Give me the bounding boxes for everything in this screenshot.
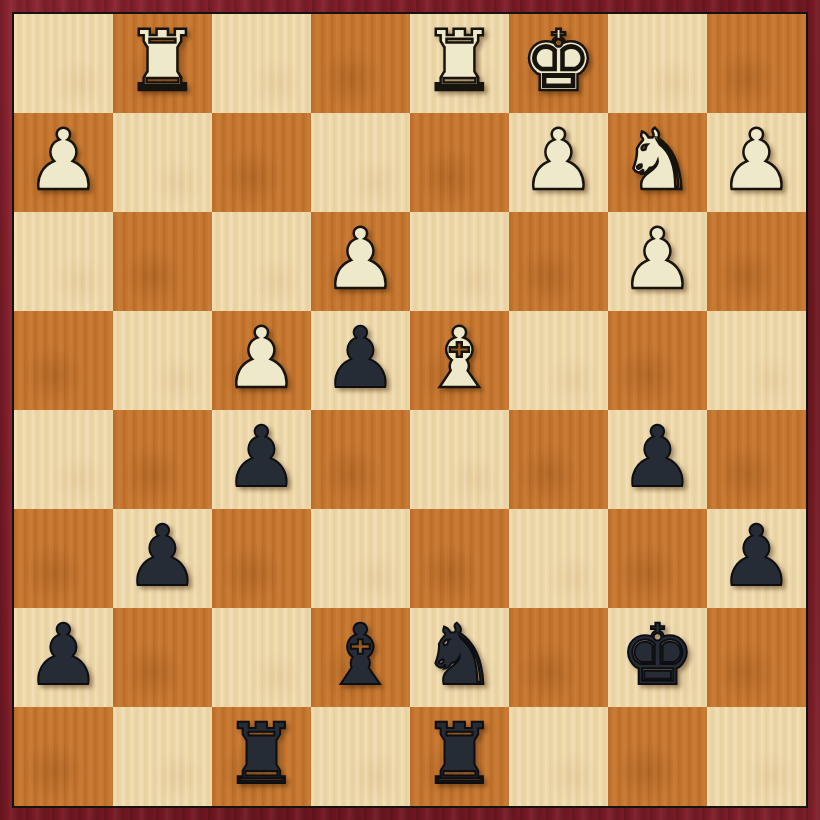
square-f7[interactable]: ♟ — [509, 113, 608, 212]
square-b6[interactable] — [113, 212, 212, 311]
square-e2[interactable]: ♞ — [410, 608, 509, 707]
square-a4[interactable] — [14, 410, 113, 509]
square-a2[interactable]: ♟ — [14, 608, 113, 707]
square-b7[interactable] — [113, 113, 212, 212]
square-h7[interactable]: ♟ — [707, 113, 806, 212]
square-a7[interactable]: ♟ — [14, 113, 113, 212]
square-a6[interactable] — [14, 212, 113, 311]
square-f6[interactable] — [509, 212, 608, 311]
white-knight[interactable]: ♞ — [620, 118, 695, 202]
square-a3[interactable] — [14, 509, 113, 608]
square-h6[interactable] — [707, 212, 806, 311]
black-bishop[interactable]: ♝ — [323, 613, 398, 697]
square-f8[interactable]: ♚ — [509, 14, 608, 113]
square-c5[interactable]: ♟ — [212, 311, 311, 410]
square-d1[interactable] — [311, 707, 410, 806]
square-a8[interactable] — [14, 14, 113, 113]
square-g3[interactable] — [608, 509, 707, 608]
square-g8[interactable] — [608, 14, 707, 113]
square-d7[interactable] — [311, 113, 410, 212]
square-e8[interactable]: ♜ — [410, 14, 509, 113]
black-pawn[interactable]: ♟ — [323, 316, 398, 400]
square-b5[interactable] — [113, 311, 212, 410]
square-g6[interactable]: ♟ — [608, 212, 707, 311]
square-g5[interactable] — [608, 311, 707, 410]
white-pawn[interactable]: ♟ — [224, 316, 299, 400]
square-h1[interactable] — [707, 707, 806, 806]
black-pawn[interactable]: ♟ — [26, 613, 101, 697]
square-e4[interactable] — [410, 410, 509, 509]
black-pawn[interactable]: ♟ — [719, 514, 794, 598]
board-inner-border: ♜♜♚♟♟♞♟♟♟♟♟♝♟♟♟♟♟♝♞♚♜♜ — [12, 12, 808, 808]
square-e5[interactable]: ♝ — [410, 311, 509, 410]
square-f1[interactable] — [509, 707, 608, 806]
square-c8[interactable] — [212, 14, 311, 113]
square-h4[interactable] — [707, 410, 806, 509]
black-king[interactable]: ♚ — [620, 613, 695, 697]
square-c4[interactable]: ♟ — [212, 410, 311, 509]
square-f2[interactable] — [509, 608, 608, 707]
board-frame: ♜♜♚♟♟♞♟♟♟♟♟♝♟♟♟♟♟♝♞♚♜♜ — [0, 0, 820, 820]
square-g2[interactable]: ♚ — [608, 608, 707, 707]
black-pawn[interactable]: ♟ — [224, 415, 299, 499]
square-d6[interactable]: ♟ — [311, 212, 410, 311]
square-b4[interactable] — [113, 410, 212, 509]
square-b8[interactable]: ♜ — [113, 14, 212, 113]
square-g4[interactable]: ♟ — [608, 410, 707, 509]
square-g1[interactable] — [608, 707, 707, 806]
black-pawn[interactable]: ♟ — [125, 514, 200, 598]
square-d4[interactable] — [311, 410, 410, 509]
square-h3[interactable]: ♟ — [707, 509, 806, 608]
square-c1[interactable]: ♜ — [212, 707, 311, 806]
square-c7[interactable] — [212, 113, 311, 212]
square-h8[interactable] — [707, 14, 806, 113]
white-rook[interactable]: ♜ — [125, 19, 200, 103]
white-bishop[interactable]: ♝ — [422, 316, 497, 400]
square-a1[interactable] — [14, 707, 113, 806]
square-b1[interactable] — [113, 707, 212, 806]
square-e1[interactable]: ♜ — [410, 707, 509, 806]
square-f5[interactable] — [509, 311, 608, 410]
black-rook[interactable]: ♜ — [422, 712, 497, 796]
square-d2[interactable]: ♝ — [311, 608, 410, 707]
square-e3[interactable] — [410, 509, 509, 608]
white-pawn[interactable]: ♟ — [26, 118, 101, 202]
white-king[interactable]: ♚ — [521, 19, 596, 103]
black-pawn[interactable]: ♟ — [620, 415, 695, 499]
white-pawn[interactable]: ♟ — [620, 217, 695, 301]
square-b2[interactable] — [113, 608, 212, 707]
chess-board: ♜♜♚♟♟♞♟♟♟♟♟♝♟♟♟♟♟♝♞♚♜♜ — [14, 14, 806, 806]
white-pawn[interactable]: ♟ — [719, 118, 794, 202]
square-g7[interactable]: ♞ — [608, 113, 707, 212]
black-knight[interactable]: ♞ — [422, 613, 497, 697]
square-f4[interactable] — [509, 410, 608, 509]
square-a5[interactable] — [14, 311, 113, 410]
square-c6[interactable] — [212, 212, 311, 311]
black-rook[interactable]: ♜ — [224, 712, 299, 796]
square-d5[interactable]: ♟ — [311, 311, 410, 410]
square-f3[interactable] — [509, 509, 608, 608]
square-e6[interactable] — [410, 212, 509, 311]
square-b3[interactable]: ♟ — [113, 509, 212, 608]
square-h5[interactable] — [707, 311, 806, 410]
square-c2[interactable] — [212, 608, 311, 707]
square-d3[interactable] — [311, 509, 410, 608]
square-e7[interactable] — [410, 113, 509, 212]
white-pawn[interactable]: ♟ — [323, 217, 398, 301]
square-h2[interactable] — [707, 608, 806, 707]
white-rook[interactable]: ♜ — [422, 19, 497, 103]
square-d8[interactable] — [311, 14, 410, 113]
square-c3[interactable] — [212, 509, 311, 608]
white-pawn[interactable]: ♟ — [521, 118, 596, 202]
